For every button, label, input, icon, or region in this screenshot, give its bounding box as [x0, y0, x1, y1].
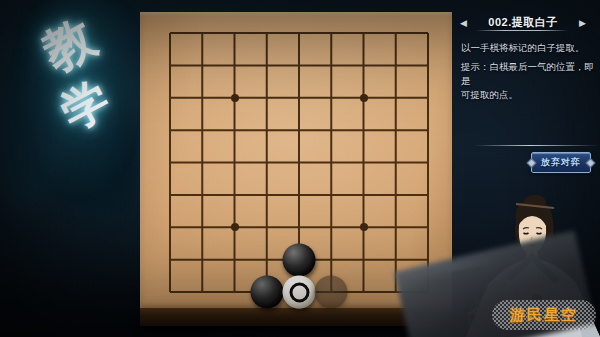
next-lesson-icon[interactable]: ▶: [579, 18, 586, 28]
right-eye: [537, 233, 542, 234]
lesson-description: 以一手棋将标记的白子提取。: [461, 41, 597, 55]
star-point: [231, 223, 239, 231]
star-point: [231, 94, 239, 102]
lesson-title-row: ◀ 002.提取白子 ▶: [460, 15, 586, 30]
black-stone: [250, 276, 283, 309]
hint-line-1: 提示：白棋最后一气的位置，即是: [461, 60, 597, 88]
prev-lesson-icon[interactable]: ◀: [460, 18, 467, 28]
hint-ghost-stone[interactable]: [315, 276, 348, 309]
tutorial-ink-banner: 教 学: [0, 0, 160, 230]
resign-button[interactable]: 放弃对弈: [531, 152, 591, 173]
lesson-hint: 提示：白棋最后一气的位置，即是 可提取的点。: [461, 60, 597, 102]
hint-line-2: 可提取的点。: [461, 88, 597, 102]
stones-layer: [140, 12, 452, 308]
black-stone: [283, 243, 316, 276]
title-underline: [476, 30, 568, 31]
left-eye: [524, 233, 529, 234]
white-stone: [283, 276, 316, 309]
star-point: [360, 94, 368, 102]
watermark-text: 游民星空: [510, 306, 578, 325]
game-screen: 教 学 ☝ ◀ 002.提取白子 ▶ 以一手棋将标记的白子提取。 提示：白棋最后…: [0, 0, 600, 337]
star-point: [360, 223, 368, 231]
last-move-marker: [289, 282, 309, 302]
lesson-title: 002.提取白子: [488, 15, 557, 30]
panel-divider: [474, 145, 598, 146]
resign-button-label: 放弃对弈: [541, 156, 581, 169]
site-watermark: 游民星空: [492, 300, 596, 330]
